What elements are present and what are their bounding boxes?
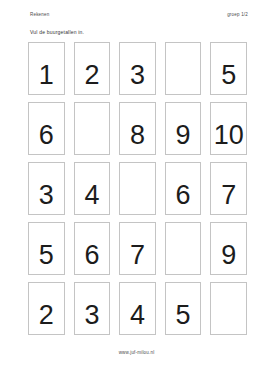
grid-cell-given: 7: [119, 222, 156, 275]
grid-cell-given: 3: [119, 42, 156, 95]
grid-cell-given: 2: [28, 282, 65, 335]
grid-cell-given: 6: [74, 222, 111, 275]
grid-cell-given: 2: [74, 42, 111, 95]
grid-cell-given: 6: [28, 102, 65, 155]
grid-cell-given: 9: [210, 222, 247, 275]
grid-cell-given: 6: [165, 162, 202, 215]
grid-cell-given: 4: [119, 282, 156, 335]
group-label: groep 1/2: [227, 12, 248, 17]
grid-cell-given: 5: [165, 282, 202, 335]
worksheet-page: Rekenen groep 1/2 Vul de buurgetallen in…: [0, 0, 273, 372]
grid-cell-given: 8: [119, 102, 156, 155]
grid-cell-given: 10: [210, 102, 247, 155]
grid-cell-given: 3: [28, 162, 65, 215]
grid-cell-given: 5: [210, 42, 247, 95]
grid-cell-given: 7: [210, 162, 247, 215]
footer-url: www.juf-milou.nl: [0, 350, 273, 355]
grid-cell-answer[interactable]: [74, 102, 111, 155]
grid-cell-answer[interactable]: [119, 162, 156, 215]
puzzle-grid: 123568910346756792345: [28, 42, 247, 335]
grid-cell-given: 9: [165, 102, 202, 155]
grid-cell-answer[interactable]: [165, 42, 202, 95]
grid-cell-given: 4: [74, 162, 111, 215]
grid-cell-given: 1: [28, 42, 65, 95]
instruction-text: Vul de buurgetallen in.: [30, 29, 84, 35]
grid-cell-given: 3: [74, 282, 111, 335]
subject-label: Rekenen: [30, 12, 49, 17]
grid-cell-answer[interactable]: [165, 222, 202, 275]
grid-cell-given: 5: [28, 222, 65, 275]
grid-cell-answer[interactable]: [210, 282, 247, 335]
